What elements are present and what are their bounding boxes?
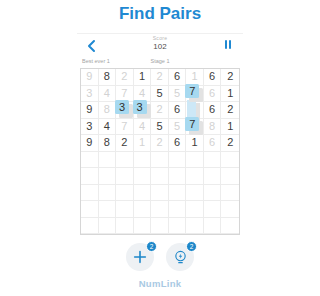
digit: 4 [104,121,110,132]
grid-cell-r10c9 [221,218,239,235]
digit: 2 [227,104,233,115]
digit: 9 [86,137,92,148]
grid-cell-r10c2 [99,218,117,235]
digit: 5 [174,88,180,99]
grid-cell-r9c2 [99,201,117,218]
grid-cell-r7c7 [186,168,204,185]
grid-cell-r5c1[interactable]: 9 [81,135,99,152]
grid-cell-r10c8 [204,218,222,235]
grid-cell-r7c8 [204,168,222,185]
digit: 3 [86,88,92,99]
grid-cell-r8c4 [134,185,152,202]
digit: 6 [209,104,215,115]
digit: 1 [139,137,145,148]
grid-cell-r8c2 [99,185,117,202]
grid-cell-r5c9[interactable]: 2 [221,135,239,152]
hint-tile[interactable]: 3 [133,100,147,114]
grid-cell-r1c2[interactable]: 8 [99,69,117,86]
grid-cell-r1c8[interactable]: 6 [204,69,222,86]
board: 9821261623474557619833268623474557819821… [80,68,240,235]
score-block: Score 102 [77,35,243,51]
grid-cell-r8c5 [151,185,169,202]
grid-cell-r9c9 [221,201,239,218]
grid-cell-r6c1 [81,152,99,169]
digit: 6 [209,88,215,99]
grid-cell-r10c7 [186,218,204,235]
grid-cell-r2c8[interactable]: 6 [204,86,222,103]
grid-cell-r6c7 [186,152,204,169]
grid-cell-r7c6 [169,168,187,185]
grid-cell-r7c9 [221,168,239,185]
grid-cell-r10c3 [116,218,134,235]
digit: 7 [121,88,127,99]
grid-cell-r4c1[interactable]: 3 [81,119,99,136]
grid-cell-r3c5[interactable]: 2 [151,102,169,119]
hint-button[interactable]: 2 [166,243,194,271]
score-label: Score [77,35,243,41]
grid-cell-r1c6[interactable]: 6 [169,69,187,86]
grid-cell-r6c8 [204,152,222,169]
digit: 9 [86,104,92,115]
grid-cell-r5c3[interactable]: 2 [116,135,134,152]
grid-cell-r6c9 [221,152,239,169]
hint-tile[interactable]: 3 [115,100,129,114]
grid-cell-r4c3[interactable]: 7 [116,119,134,136]
digit: 6 [209,137,215,148]
digit: 8 [104,104,110,115]
grid-cell-r10c5 [151,218,169,235]
grid-cell-r3c9[interactable]: 2 [221,102,239,119]
add-numbers-badge: 2 [146,241,157,252]
grid-cell-r2c5[interactable]: 5 [151,86,169,103]
grid-cell-r4c9[interactable]: 1 [221,119,239,136]
grid-cell-r5c5[interactable]: 2 [151,135,169,152]
digit: 1 [192,137,198,148]
score-value: 102 [77,42,243,51]
digit: 3 [86,121,92,132]
grid-cell-r8c1 [81,185,99,202]
grid-cell-r5c7[interactable]: 1 [186,135,204,152]
grid-cell-r7c2 [99,168,117,185]
grid-cell-r2c2[interactable]: 4 [99,86,117,103]
grid-cell-r9c4 [134,201,152,218]
grid-cell-r6c4 [134,152,152,169]
digit: 2 [227,137,233,148]
plus-icon [132,249,148,265]
digit: 9 [86,71,92,82]
grid-cell-r9c8 [204,201,222,218]
grid-cell-r3c8[interactable]: 6 [204,102,222,119]
digit: 2 [156,71,162,82]
digit: 4 [139,88,145,99]
digit: 8 [209,121,215,132]
grid-cell-r1c1[interactable]: 9 [81,69,99,86]
grid-cell-r9c7 [186,201,204,218]
grid-cell-r6c5 [151,152,169,169]
hint-badge: 2 [186,241,197,252]
hint-tile[interactable]: 7 [185,84,199,98]
grid-cell-r10c6 [169,218,187,235]
grid-cell-r8c7 [186,185,204,202]
grid-cell-r6c6 [169,152,187,169]
grid-cell-r9c3 [116,201,134,218]
grid-cell-r5c8[interactable]: 6 [204,135,222,152]
grid-cell-r8c6 [169,185,187,202]
grid-cell-r3c2[interactable]: 8 [99,102,117,119]
digit: 7 [121,121,127,132]
stage-label: Stage 1 [77,58,243,64]
grid-cell-r2c6[interactable]: 5 [169,86,187,103]
grid-cell-r3c4[interactable]: 3 [134,102,152,119]
footer-toolbar: 2 2 [77,243,243,271]
grid-cell-r3c3[interactable]: 3 [116,102,134,119]
digit: 2 [156,104,162,115]
grid-cell-r4c7[interactable]: 7 [186,119,204,136]
grid-cell-r7c3 [116,168,134,185]
grid-cell-r7c5 [151,168,169,185]
grid-cell-r4c6[interactable]: 5 [169,119,187,136]
digit: 5 [174,121,180,132]
pause-button[interactable] [225,40,232,49]
grid-cell-r9c6 [169,201,187,218]
pause-icon [225,40,227,49]
grid-cell-r9c1 [81,201,99,218]
grid-cell-r3c1[interactable]: 9 [81,102,99,119]
grid-cell-r1c4[interactable]: 1 [134,69,152,86]
digit: 6 [174,71,180,82]
grid-cell-r6c3 [116,152,134,169]
app-window: Find Pairs Score 102 Best ever 1 Stage 1… [77,0,243,296]
grid-cell-r7c1 [81,168,99,185]
grid-cell-r5c4[interactable]: 1 [134,135,152,152]
digit: 4 [139,121,145,132]
digit: 4 [104,88,110,99]
hint-tile[interactable]: 7 [185,117,199,131]
digit: 8 [104,137,110,148]
digit: 2 [121,71,127,82]
digit: 2 [156,137,162,148]
grid-cell-r2c9[interactable]: 1 [221,86,239,103]
grid-cell-r4c2[interactable]: 4 [99,119,117,136]
digit: 6 [174,104,180,115]
grid-cell-r5c6[interactable]: 6 [169,135,187,152]
pause-icon [229,40,231,49]
digit: 2 [121,137,127,148]
lightbulb-icon [172,249,189,266]
grid-cell-r9c5 [151,201,169,218]
grid-cell-r1c3[interactable]: 2 [116,69,134,86]
grid-cell-r1c5[interactable]: 2 [151,69,169,86]
grid-cell-r4c8[interactable]: 8 [204,119,222,136]
grid-cell-r3c6[interactable]: 6 [169,102,187,119]
grid-cell-r8c9 [221,185,239,202]
grid-cell-r7c4 [134,168,152,185]
digit: 1 [139,71,145,82]
digit: 1 [227,88,233,99]
meta-row: Best ever 1 Stage 1 [77,57,243,67]
digit: 5 [156,88,162,99]
grid-cell-r10c4 [134,218,152,235]
grid-cell-r6c2 [99,152,117,169]
grid-cell-r1c9[interactable]: 2 [221,69,239,86]
digit: 6 [209,71,215,82]
page-title: Find Pairs [77,4,243,30]
digit: 1 [192,71,198,82]
digit: 1 [227,121,233,132]
grid-cell-r5c2[interactable]: 8 [99,135,117,152]
grid-cell-r8c3 [116,185,134,202]
digit: 5 [156,121,162,132]
brand-watermark: NumLink [77,278,243,289]
digit: 6 [174,137,180,148]
grid-cell-r4c5[interactable]: 5 [151,119,169,136]
navbar: Score 102 [77,33,243,57]
grid-cell-r8c8 [204,185,222,202]
grid-cell-r4c4[interactable]: 4 [134,119,152,136]
digit: 2 [227,71,233,82]
grid-cell-r10c1 [81,218,99,235]
digit: 8 [104,71,110,82]
add-numbers-button[interactable]: 2 [126,243,154,271]
grid-cell-r2c1[interactable]: 3 [81,86,99,103]
